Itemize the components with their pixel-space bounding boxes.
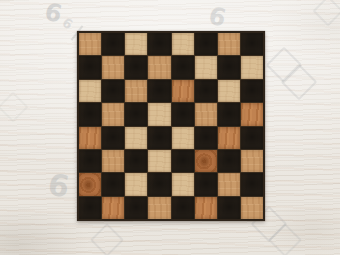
square-g2-light: [218, 173, 240, 195]
square-g7-dark: [218, 56, 240, 78]
square-c7-dark: [125, 56, 147, 78]
square-a8-light: [79, 33, 101, 55]
square-a1-dark: [79, 197, 101, 219]
square-h7-light: [241, 56, 263, 78]
square-h8-dark: [241, 33, 263, 55]
square-b2-dark: [102, 173, 124, 195]
square-f5-light: [195, 103, 217, 125]
square-f4-dark: [195, 127, 217, 149]
square-h4-dark: [241, 127, 263, 149]
square-b7-light: [102, 56, 124, 78]
chess-board: [77, 31, 265, 221]
square-a5-dark: [79, 103, 101, 125]
square-g3-dark: [218, 150, 240, 172]
square-b6-dark: [102, 80, 124, 102]
square-c5-dark: [125, 103, 147, 125]
square-c6-light: [125, 80, 147, 102]
square-g8-light: [218, 33, 240, 55]
square-d6-dark: [148, 80, 170, 102]
watermark-6-glyph: 6: [60, 16, 75, 32]
watermark-6-glyph: 6: [206, 3, 228, 30]
watermark-diamond-lattice: [268, 223, 302, 255]
square-e6-light: [172, 80, 194, 102]
square-f3-light: [195, 150, 217, 172]
square-f7-light: [195, 56, 217, 78]
square-a3-dark: [79, 150, 101, 172]
square-h2-dark: [241, 173, 263, 195]
square-c1-dark: [125, 197, 147, 219]
square-e3-dark: [172, 150, 194, 172]
square-h5-light: [241, 103, 263, 125]
square-f8-dark: [195, 33, 217, 55]
square-e4-light: [172, 127, 194, 149]
square-d3-light: [148, 150, 170, 172]
watermark-diamond-lattice: [90, 223, 124, 255]
photo-empty-chessboard: 6666: [0, 0, 340, 255]
square-h6-dark: [241, 80, 263, 102]
square-a6-light: [79, 80, 101, 102]
square-d2-dark: [148, 173, 170, 195]
square-c3-dark: [125, 150, 147, 172]
square-h1-light: [241, 197, 263, 219]
square-a4-light: [79, 127, 101, 149]
square-e5-dark: [172, 103, 194, 125]
watermark-diamond-lattice: [266, 47, 303, 84]
square-d5-light: [148, 103, 170, 125]
square-b8-dark: [102, 33, 124, 55]
square-b5-light: [102, 103, 124, 125]
watermark-diamond-lattice: [281, 64, 318, 101]
square-d8-dark: [148, 33, 170, 55]
square-d4-dark: [148, 127, 170, 149]
square-b1-light: [102, 197, 124, 219]
square-e7-dark: [172, 56, 194, 78]
square-f1-light: [195, 197, 217, 219]
square-b4-dark: [102, 127, 124, 149]
square-f6-dark: [195, 80, 217, 102]
square-g1-dark: [218, 197, 240, 219]
square-e8-light: [172, 33, 194, 55]
square-c8-light: [125, 33, 147, 55]
square-h3-light: [241, 150, 263, 172]
square-b3-light: [102, 150, 124, 172]
square-e1-dark: [172, 197, 194, 219]
square-c2-light: [125, 173, 147, 195]
square-e2-light: [172, 173, 194, 195]
square-c4-light: [125, 127, 147, 149]
watermark-diamond-lattice: [312, 0, 340, 27]
watermark-6-glyph: 6: [42, 0, 64, 27]
square-g6-light: [218, 80, 240, 102]
square-f2-dark: [195, 173, 217, 195]
square-d7-light: [148, 56, 170, 78]
square-a7-dark: [79, 56, 101, 78]
square-d1-light: [148, 197, 170, 219]
square-g4-light: [218, 127, 240, 149]
watermark-diamond-lattice: [0, 91, 29, 122]
square-a2-light: [79, 173, 101, 195]
square-g5-dark: [218, 103, 240, 125]
watermark-6-glyph: 6: [46, 169, 72, 202]
